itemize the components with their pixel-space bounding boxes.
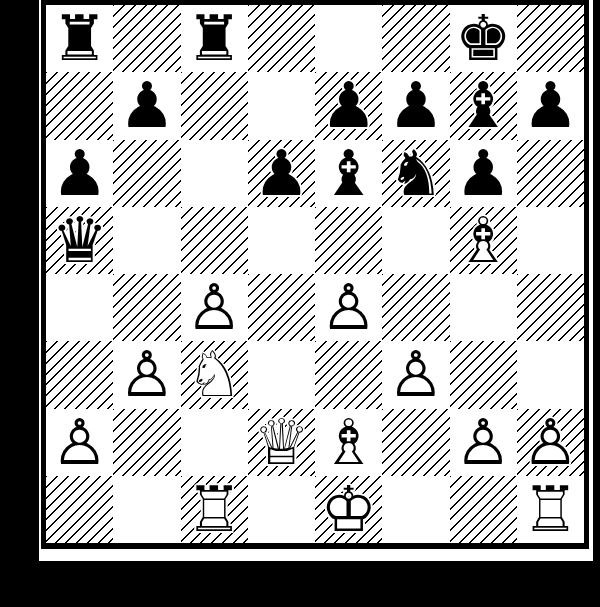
square-b4[interactable] [113, 274, 180, 341]
square-c6[interactable] [181, 140, 248, 207]
square-f8[interactable] [382, 5, 449, 72]
square-g3[interactable] [450, 341, 517, 408]
square-e2[interactable]: ♝♗ [315, 409, 382, 476]
black-bishop: ♝ [450, 72, 517, 139]
white-pawn: ♙ [450, 409, 517, 476]
square-g2[interactable]: ♟♙ [450, 409, 517, 476]
square-g4[interactable] [450, 274, 517, 341]
square-h1[interactable]: ♜♖ [517, 476, 584, 543]
square-f4[interactable] [382, 274, 449, 341]
square-c7[interactable] [181, 72, 248, 139]
square-d6[interactable]: ♟♟ [248, 140, 315, 207]
square-h6[interactable] [517, 140, 584, 207]
square-b3[interactable]: ♟♙ [113, 341, 180, 408]
black-pawn: ♟ [46, 140, 113, 207]
square-a7[interactable] [46, 72, 113, 139]
black-pawn: ♟ [450, 140, 517, 207]
square-d8[interactable] [248, 5, 315, 72]
square-b7[interactable]: ♟♟ [113, 72, 180, 139]
square-h2[interactable]: ♟♙ [517, 409, 584, 476]
square-b5[interactable] [113, 207, 180, 274]
square-e5[interactable] [315, 207, 382, 274]
white-pawn: ♙ [382, 341, 449, 408]
square-c1[interactable]: ♜♖ [181, 476, 248, 543]
square-h3[interactable] [517, 341, 584, 408]
square-h8[interactable] [517, 5, 584, 72]
black-rook: ♜ [46, 5, 113, 72]
square-d1[interactable] [248, 476, 315, 543]
square-g7[interactable]: ♝♝ [450, 72, 517, 139]
square-h4[interactable] [517, 274, 584, 341]
square-e4[interactable]: ♟♙ [315, 274, 382, 341]
chess-diagram: ♜♜♜♜♚♚♟♟♟♟♟♟♝♝♟♟♟♟♟♟♝♝♞♞♟♟♛♛♝♗♟♙♟♙♟♙♞♘♟♙… [39, 0, 593, 561]
square-c4[interactable]: ♟♙ [181, 274, 248, 341]
black-pawn: ♟ [315, 72, 382, 139]
white-pawn: ♙ [315, 274, 382, 341]
black-pawn: ♟ [113, 72, 180, 139]
square-d2[interactable]: ♛♕ [248, 409, 315, 476]
square-c8[interactable]: ♜♜ [181, 5, 248, 72]
black-pawn: ♟ [248, 140, 315, 207]
black-knight: ♞ [382, 140, 449, 207]
black-pawn: ♟ [517, 72, 584, 139]
white-pawn: ♙ [181, 274, 248, 341]
square-f5[interactable] [382, 207, 449, 274]
white-pawn: ♙ [113, 341, 180, 408]
square-f1[interactable] [382, 476, 449, 543]
page-background: ♜♜♜♜♚♚♟♟♟♟♟♟♝♝♟♟♟♟♟♟♝♝♞♞♟♟♛♛♝♗♟♙♟♙♟♙♞♘♟♙… [0, 0, 600, 607]
white-bishop: ♗ [315, 409, 382, 476]
square-a1[interactable] [46, 476, 113, 543]
square-d4[interactable] [248, 274, 315, 341]
square-f7[interactable]: ♟♟ [382, 72, 449, 139]
square-a5[interactable]: ♛♛ [46, 207, 113, 274]
square-a4[interactable] [46, 274, 113, 341]
square-a2[interactable]: ♟♙ [46, 409, 113, 476]
square-b6[interactable] [113, 140, 180, 207]
square-e7[interactable]: ♟♟ [315, 72, 382, 139]
square-e1[interactable]: ♚♔ [315, 476, 382, 543]
white-queen: ♕ [248, 409, 315, 476]
black-king: ♚ [450, 5, 517, 72]
square-f2[interactable] [382, 409, 449, 476]
white-bishop: ♗ [450, 207, 517, 274]
square-c5[interactable] [181, 207, 248, 274]
square-a6[interactable]: ♟♟ [46, 140, 113, 207]
square-h5[interactable] [517, 207, 584, 274]
square-b2[interactable] [113, 409, 180, 476]
square-c2[interactable] [181, 409, 248, 476]
square-c3[interactable]: ♞♘ [181, 341, 248, 408]
black-bishop: ♝ [315, 140, 382, 207]
white-rook: ♖ [181, 476, 248, 543]
white-king: ♔ [315, 476, 382, 543]
square-a3[interactable] [46, 341, 113, 408]
black-rook: ♜ [181, 5, 248, 72]
square-b8[interactable] [113, 5, 180, 72]
square-h7[interactable]: ♟♟ [517, 72, 584, 139]
square-f6[interactable]: ♞♞ [382, 140, 449, 207]
square-a8[interactable]: ♜♜ [46, 5, 113, 72]
white-pawn: ♙ [517, 409, 584, 476]
square-d3[interactable] [248, 341, 315, 408]
square-d5[interactable] [248, 207, 315, 274]
square-d7[interactable] [248, 72, 315, 139]
white-knight: ♘ [181, 341, 248, 408]
square-g1[interactable] [450, 476, 517, 543]
black-queen: ♛ [46, 207, 113, 274]
square-b1[interactable] [113, 476, 180, 543]
chess-board: ♜♜♜♜♚♚♟♟♟♟♟♟♝♝♟♟♟♟♟♟♝♝♞♞♟♟♛♛♝♗♟♙♟♙♟♙♞♘♟♙… [41, 0, 589, 549]
square-g6[interactable]: ♟♟ [450, 140, 517, 207]
square-e6[interactable]: ♝♝ [315, 140, 382, 207]
square-g5[interactable]: ♝♗ [450, 207, 517, 274]
square-e8[interactable] [315, 5, 382, 72]
square-g8[interactable]: ♚♚ [450, 5, 517, 72]
white-pawn: ♙ [46, 409, 113, 476]
black-pawn: ♟ [382, 72, 449, 139]
square-f3[interactable]: ♟♙ [382, 341, 449, 408]
white-rook: ♖ [517, 476, 584, 543]
square-e3[interactable] [315, 341, 382, 408]
